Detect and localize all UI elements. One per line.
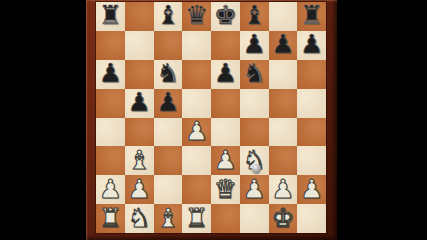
square-h3[interactable]: [297, 146, 326, 175]
square-g5[interactable]: [269, 89, 298, 118]
square-c8[interactable]: ♝: [154, 2, 183, 31]
square-d8[interactable]: ♛: [182, 2, 211, 31]
square-b6[interactable]: [125, 60, 154, 89]
square-h5[interactable]: [297, 89, 326, 118]
square-f2[interactable]: ♟: [240, 175, 269, 204]
square-b4[interactable]: [125, 118, 154, 147]
square-d3[interactable]: [182, 146, 211, 175]
piece-white-pawn[interactable]: ♟: [99, 175, 122, 202]
piece-white-knight[interactable]: ♞: [127, 204, 150, 231]
piece-white-pawn[interactable]: ♟: [214, 146, 237, 173]
square-e8[interactable]: ♚: [211, 2, 240, 31]
square-e3[interactable]: ♟: [211, 146, 240, 175]
video-frame: ♜♝♛♚♝♜♟♟♟♟♞♟♞♟♟♟♝♟♞♟♟♛♟♟♟♜♞♝♜♚: [0, 0, 427, 240]
piece-white-rook[interactable]: ♜: [185, 204, 208, 231]
square-a7[interactable]: [96, 31, 125, 60]
square-a8[interactable]: ♜: [96, 2, 125, 31]
piece-black-knight[interactable]: ♞: [242, 60, 265, 87]
square-h1[interactable]: [297, 204, 326, 233]
piece-black-pawn[interactable]: ♟: [242, 31, 265, 58]
piece-white-pawn[interactable]: ♟: [300, 175, 323, 202]
piece-black-knight[interactable]: ♞: [156, 60, 179, 87]
piece-black-rook[interactable]: ♜: [99, 2, 122, 29]
square-c4[interactable]: [154, 118, 183, 147]
piece-white-bishop[interactable]: ♝: [156, 204, 179, 231]
square-d5[interactable]: [182, 89, 211, 118]
square-d2[interactable]: [182, 175, 211, 204]
square-f5[interactable]: [240, 89, 269, 118]
piece-black-pawn[interactable]: ♟: [271, 31, 294, 58]
square-a3[interactable]: [96, 146, 125, 175]
piece-white-pawn[interactable]: ♟: [242, 175, 265, 202]
piece-white-rook[interactable]: ♜: [99, 204, 122, 231]
piece-white-queen[interactable]: ♛: [214, 175, 237, 202]
square-f1[interactable]: [240, 204, 269, 233]
square-g3[interactable]: [269, 146, 298, 175]
piece-white-pawn[interactable]: ♟: [271, 175, 294, 202]
square-f8[interactable]: ♝: [240, 2, 269, 31]
square-a2[interactable]: ♟: [96, 175, 125, 204]
piece-black-pawn[interactable]: ♟: [214, 60, 237, 87]
square-a4[interactable]: [96, 118, 125, 147]
square-g4[interactable]: [269, 118, 298, 147]
square-e6[interactable]: ♟: [211, 60, 240, 89]
square-c5[interactable]: ♟: [154, 89, 183, 118]
piece-black-pawn[interactable]: ♟: [300, 31, 323, 58]
square-b2[interactable]: ♟: [125, 175, 154, 204]
square-a5[interactable]: [96, 89, 125, 118]
square-b3[interactable]: ♝: [125, 146, 154, 175]
square-h8[interactable]: ♜: [297, 2, 326, 31]
square-b1[interactable]: ♞: [125, 204, 154, 233]
piece-black-rook[interactable]: ♜: [300, 2, 323, 29]
square-h2[interactable]: ♟: [297, 175, 326, 204]
piece-white-bishop[interactable]: ♝: [127, 146, 150, 173]
square-g7[interactable]: ♟: [269, 31, 298, 60]
square-f4[interactable]: [240, 118, 269, 147]
piece-black-pawn[interactable]: ♟: [156, 89, 179, 116]
square-g2[interactable]: ♟: [269, 175, 298, 204]
piece-white-pawn[interactable]: ♟: [185, 118, 208, 145]
square-d7[interactable]: [182, 31, 211, 60]
letterbox-left: [0, 0, 86, 240]
square-c6[interactable]: ♞: [154, 60, 183, 89]
square-h6[interactable]: [297, 60, 326, 89]
piece-black-pawn[interactable]: ♟: [99, 60, 122, 87]
letterbox-right: [337, 0, 427, 240]
piece-black-king[interactable]: ♚: [214, 2, 237, 29]
square-a6[interactable]: ♟: [96, 60, 125, 89]
square-b8[interactable]: [125, 2, 154, 31]
square-d6[interactable]: [182, 60, 211, 89]
square-c2[interactable]: [154, 175, 183, 204]
square-c7[interactable]: [154, 31, 183, 60]
piece-black-bishop[interactable]: ♝: [242, 2, 265, 29]
square-b5[interactable]: ♟: [125, 89, 154, 118]
square-e1[interactable]: [211, 204, 240, 233]
piece-white-pawn[interactable]: ♟: [127, 175, 150, 202]
square-c3[interactable]: [154, 146, 183, 175]
square-b7[interactable]: [125, 31, 154, 60]
piece-black-pawn[interactable]: ♟: [127, 89, 150, 116]
square-e5[interactable]: [211, 89, 240, 118]
square-f7[interactable]: ♟: [240, 31, 269, 60]
square-e7[interactable]: [211, 31, 240, 60]
square-d1[interactable]: ♜: [182, 204, 211, 233]
square-e4[interactable]: [211, 118, 240, 147]
piece-white-king[interactable]: ♚: [271, 204, 294, 231]
square-g6[interactable]: [269, 60, 298, 89]
square-g1[interactable]: ♚: [269, 204, 298, 233]
square-f6[interactable]: ♞: [240, 60, 269, 89]
square-g8[interactable]: [269, 2, 298, 31]
square-h4[interactable]: [297, 118, 326, 147]
mouse-cursor: [252, 164, 261, 173]
square-a1[interactable]: ♜: [96, 204, 125, 233]
piece-black-bishop[interactable]: ♝: [156, 2, 179, 29]
square-e2[interactable]: ♛: [211, 175, 240, 204]
chess-board-frame: ♜♝♛♚♝♜♟♟♟♟♞♟♞♟♟♟♝♟♞♟♟♛♟♟♟♜♞♝♜♚: [86, 0, 337, 240]
piece-black-queen[interactable]: ♛: [185, 2, 208, 29]
square-d4[interactable]: ♟: [182, 118, 211, 147]
chess-board: ♜♝♛♚♝♜♟♟♟♟♞♟♞♟♟♟♝♟♞♟♟♛♟♟♟♜♞♝♜♚: [96, 2, 326, 233]
square-h7[interactable]: ♟: [297, 31, 326, 60]
square-c1[interactable]: ♝: [154, 204, 183, 233]
